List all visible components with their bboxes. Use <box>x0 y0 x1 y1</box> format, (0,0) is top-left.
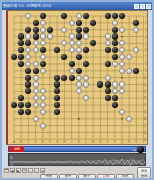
white-stone <box>40 20 46 26</box>
black-stone <box>112 33 118 39</box>
white-stone <box>69 47 75 53</box>
white-stone <box>69 20 75 26</box>
black-stone <box>76 33 82 39</box>
black-stone <box>105 47 111 53</box>
option-a-icon: ▢ <box>29 168 32 172</box>
action-button-0-label: 悔棋 <box>46 174 53 179</box>
svg-text:9: 9 <box>145 69 147 73</box>
black-stone <box>33 27 39 33</box>
white-stone <box>76 81 82 87</box>
black-stone <box>112 54 118 60</box>
svg-text:G: G <box>56 140 59 144</box>
window-controls: –□× <box>134 4 151 9</box>
save-close-button[interactable]: 保存 关闭 <box>137 167 151 180</box>
black-stone <box>33 33 39 39</box>
svg-text:17: 17 <box>143 124 147 128</box>
window-title: 围棋打谱 2.0 - 对局研究 12/13 <box>3 3 51 8</box>
white-stone <box>33 75 39 81</box>
white-stone <box>33 61 39 67</box>
white-stone <box>83 75 89 81</box>
svg-text:B: B <box>11 156 13 160</box>
action-button-0[interactable]: 悔棋 <box>40 174 58 180</box>
next-icon: ▶ <box>17 168 20 172</box>
white-stone <box>105 75 111 81</box>
white-stone <box>40 68 46 74</box>
slider-badge: 进度 <box>9 146 24 152</box>
svg-text:Q: Q <box>121 140 124 144</box>
settings-button[interactable]: ⚙ <box>40 168 45 173</box>
evaluation-graph: BW <box>8 153 146 166</box>
black-stone <box>76 27 82 33</box>
option-a-button[interactable]: ▢ <box>28 168 33 173</box>
black-stone <box>76 68 82 74</box>
white-stone <box>69 68 75 74</box>
close-button[interactable]: × <box>146 4 151 9</box>
last-button[interactable]: ⏭ <box>22 168 27 173</box>
white-stone <box>119 27 125 33</box>
black-stone <box>69 75 75 81</box>
black-stone <box>69 61 75 67</box>
svg-text:R: R <box>128 140 131 144</box>
black-stone <box>83 27 89 33</box>
action-button-2[interactable]: 数子 <box>78 174 96 180</box>
svg-text:10: 10 <box>143 76 147 80</box>
close-icon: × <box>148 5 150 7</box>
white-stone <box>112 20 118 26</box>
white-stone <box>112 81 118 87</box>
last-icon: ⏭ <box>23 168 26 172</box>
option-b-icon: ▢ <box>35 168 38 172</box>
white-stone <box>33 116 39 122</box>
black-stone <box>54 81 60 87</box>
black-stone <box>40 13 46 19</box>
svg-text:C: C <box>27 140 30 144</box>
svg-text:N: N <box>99 140 102 144</box>
svg-text:18: 18 <box>143 131 147 135</box>
svg-text:H: H <box>63 140 66 144</box>
action-button-3[interactable]: 认输 <box>97 174 115 180</box>
first-button[interactable]: ⏮ <box>4 168 9 173</box>
white-stone <box>105 33 111 39</box>
svg-text:11: 11 <box>144 83 147 87</box>
white-stone <box>83 81 89 87</box>
window-bottom-frame <box>2 179 152 180</box>
black-stone <box>76 54 82 60</box>
svg-text:F: F <box>49 140 51 144</box>
title-bar: 围棋打谱 2.0 - 对局研究 12/13 –□× <box>2 2 152 10</box>
action-button-row: 悔棋形势数子认输和棋 <box>2 173 135 180</box>
svg-text:14: 14 <box>143 103 147 107</box>
action-button-4[interactable]: 和棋 <box>116 174 134 180</box>
slider-knob[interactable] <box>137 146 144 153</box>
white-stone <box>76 13 82 19</box>
white-stone <box>33 81 39 87</box>
first-icon: ⏮ <box>5 168 8 172</box>
action-button-1[interactable]: 形势 <box>59 174 77 180</box>
svg-text:1: 1 <box>145 14 147 18</box>
save-close-line1: 保存 <box>141 170 148 173</box>
slider-arrows-icon[interactable]: ◂▸ <box>133 149 136 151</box>
minimize-button[interactable]: – <box>134 4 139 9</box>
svg-text:15: 15 <box>143 110 147 114</box>
black-stone <box>47 27 53 33</box>
action-button-2-label: 数子 <box>84 174 91 179</box>
svg-text:6: 6 <box>145 48 147 52</box>
white-stone <box>40 123 46 129</box>
white-stone <box>40 109 46 115</box>
black-stone <box>112 13 118 19</box>
black-stone <box>33 20 39 26</box>
svg-text:B: B <box>20 140 22 144</box>
black-stone <box>105 13 111 19</box>
maximize-button[interactable]: □ <box>140 4 145 9</box>
svg-text:19: 19 <box>143 138 147 142</box>
black-stone <box>112 27 118 33</box>
save-close-line2: 关闭 <box>141 175 148 178</box>
svg-text:K: K <box>78 140 81 144</box>
white-stone <box>33 47 39 53</box>
white-stone <box>119 68 125 74</box>
minimize-icon: – <box>136 5 138 7</box>
prev-button[interactable]: ◀ <box>10 168 15 173</box>
svg-text:O: O <box>106 140 109 144</box>
svg-text:D: D <box>34 140 37 144</box>
white-stone <box>40 102 46 108</box>
white-stone <box>40 54 46 60</box>
svg-text:J: J <box>71 140 73 144</box>
svg-text:7: 7 <box>145 55 147 59</box>
black-stone <box>105 95 111 101</box>
settings-icon: ⚙ <box>41 168 44 172</box>
black-stone <box>83 61 89 67</box>
white-stone <box>33 102 39 108</box>
black-stone <box>18 33 24 39</box>
white-stone <box>40 33 46 39</box>
svg-text:A: A <box>13 140 16 144</box>
svg-text:P: P <box>114 140 116 144</box>
white-stone <box>112 61 118 67</box>
svg-text:3: 3 <box>145 28 147 32</box>
svg-text:L: L <box>85 140 87 144</box>
action-button-1-label: 形势 <box>65 174 72 179</box>
white-stone <box>119 81 125 87</box>
white-stone <box>40 27 46 33</box>
move-slider[interactable]: 进度 ◂▸ <box>8 146 146 152</box>
black-stone <box>40 61 46 67</box>
svg-text:S: S <box>135 140 137 144</box>
white-stone <box>76 75 82 81</box>
svg-text:12: 12 <box>143 90 147 94</box>
black-stone <box>76 20 82 26</box>
black-stone <box>54 75 60 81</box>
white-stone <box>119 109 125 115</box>
svg-text:4: 4 <box>145 35 147 39</box>
option-b-button[interactable]: ▢ <box>34 168 39 173</box>
black-stone <box>112 102 118 108</box>
prev-icon: ◀ <box>11 168 14 172</box>
svg-text:13: 13 <box>143 96 147 100</box>
maximize-icon: □ <box>142 5 144 7</box>
next-button[interactable]: ▶ <box>16 168 21 173</box>
black-stone <box>33 68 39 74</box>
black-stone <box>105 81 111 87</box>
action-button-4-label: 和棋 <box>122 174 129 179</box>
white-stone <box>119 61 125 67</box>
svg-text:E: E <box>42 140 44 144</box>
svg-text:8: 8 <box>145 62 147 66</box>
svg-text:2: 2 <box>145 21 147 25</box>
white-stone <box>33 95 39 101</box>
app-window: 围棋打谱 2.0 - 对局研究 12/13 –□× ABCDEFGHJKLMNO… <box>0 0 154 180</box>
white-stone <box>47 33 53 39</box>
action-button-3-label: 认输 <box>103 174 110 179</box>
white-stone <box>69 33 75 39</box>
svg-text:16: 16 <box>143 117 147 121</box>
white-stone <box>83 33 89 39</box>
black-stone <box>105 61 111 67</box>
board[interactable]: ABCDEFGHJKLMNOPQRST123456789101112131415… <box>6 10 148 145</box>
svg-text:5: 5 <box>145 42 147 46</box>
svg-text:M: M <box>92 140 95 144</box>
